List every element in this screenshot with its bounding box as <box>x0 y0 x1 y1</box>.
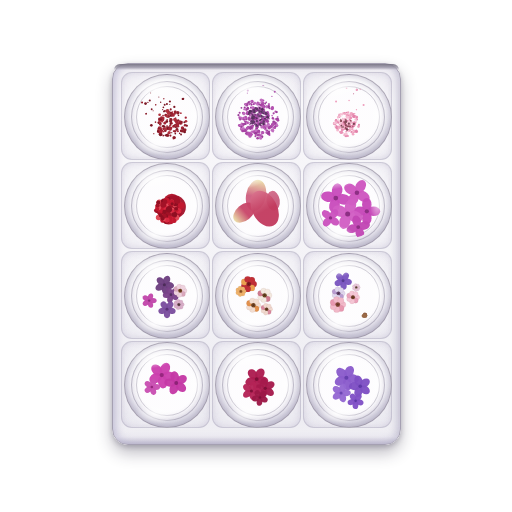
flower-jar-jar-r1c1 <box>124 74 210 160</box>
flower-contents <box>225 263 291 329</box>
flower-contents <box>134 84 200 150</box>
flower-jar-jar-r1c3 <box>306 74 392 160</box>
tray-cell-r4c1 <box>120 340 211 430</box>
flower-jar-jar-r2c3 <box>306 163 392 249</box>
flower-contents <box>134 173 200 239</box>
flower-jar-jar-r2c1 <box>124 163 210 249</box>
flower-jar-jar-r4c2 <box>215 342 301 428</box>
flower-contents <box>316 352 382 418</box>
flower-contents <box>225 173 291 239</box>
flower-contents <box>225 84 291 150</box>
flower-jar-jar-r1c2 <box>215 74 301 160</box>
tray-bottom-edge <box>114 432 399 444</box>
tray-cell-r1c1 <box>120 71 211 161</box>
flower-jar-jar-r3c3 <box>306 253 392 339</box>
tray-cell-r4c2 <box>211 340 302 430</box>
product-photo <box>0 0 512 512</box>
flower-contents <box>134 263 200 329</box>
flower-jar-jar-r4c1 <box>124 342 210 428</box>
flower-jar-jar-r2c2 <box>215 163 301 249</box>
tray-cell-r2c3 <box>302 161 393 251</box>
tray-cell-r1c3 <box>302 71 393 161</box>
tray-cell-r3c1 <box>120 250 211 340</box>
flower-contents <box>316 173 382 239</box>
flower-tray <box>112 63 401 445</box>
flower-contents <box>316 84 382 150</box>
flower-contents <box>225 352 291 418</box>
flower-jar-jar-r3c1 <box>124 253 210 339</box>
tray-cell-r3c2 <box>211 250 302 340</box>
flower-contents <box>316 263 382 329</box>
tray-top-edge <box>114 64 399 70</box>
tray-cell-r4c3 <box>302 340 393 430</box>
tray-cell-r2c1 <box>120 161 211 251</box>
tray-cell-r2c2 <box>211 161 302 251</box>
flower-contents <box>134 352 200 418</box>
jar-grid <box>120 71 393 429</box>
tray-cell-r1c2 <box>211 71 302 161</box>
flower-jar-jar-r3c2 <box>215 253 301 339</box>
tray-cell-r3c3 <box>302 250 393 340</box>
flower-jar-jar-r4c3 <box>306 342 392 428</box>
